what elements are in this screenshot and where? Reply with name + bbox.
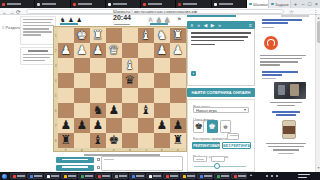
board-square-c8[interactable] [138,133,154,148]
ad-link-1[interactable] [262,19,302,26]
text-line [23,54,53,55]
board-square-g7[interactable]: ♟ [74,118,90,133]
board-square-b2[interactable]: ♟ [154,43,170,58]
board-square-a8[interactable]: ♜ [170,133,186,148]
rated-button[interactable]: РЕЙТИНГОВАЯ [192,142,220,149]
white-piece-a1: ♜ [173,28,184,43]
app-title-bar [238,175,246,177]
board-square-h7[interactable]: ♟ [58,118,74,133]
board-square-g4[interactable] [74,73,90,88]
app-title-bar [119,175,127,177]
color-random-selected-option[interactable]: ♚ [207,120,218,133]
board-square-a4[interactable] [170,73,186,88]
board-square-g2[interactable]: ♟ [74,43,90,58]
board-square-f6[interactable]: ♞ [90,103,106,118]
text-line [260,61,298,62]
maximize-icon[interactable]: □ [308,1,311,7]
app-title-bar [170,175,178,177]
text-line [272,111,300,113]
black-piece-c6: ♝ [141,103,152,118]
board-square-a6[interactable] [170,103,186,118]
text-line [150,23,168,25]
casual-label: БЕЗ РЕЙТИНГА [223,143,250,148]
ad-text-1 [260,55,306,67]
tab-favicon [178,3,181,6]
color-black-option[interactable]: ♚ [220,120,231,133]
annotation-icon[interactable] [191,71,196,76]
tab-Задачи[interactable]: Задачи [269,0,291,8]
text-line [23,22,51,23]
text-line [62,166,88,168]
board-square-h3[interactable] [58,58,74,73]
game-clock: 20:44 [100,14,144,21]
playback-control-4-icon[interactable]: ▶ [211,22,215,28]
black-piece-h8: ♜ [61,133,72,148]
app-title-bar [153,175,161,177]
download-position-button[interactable] [56,165,94,171]
app-title-bar [85,175,93,177]
close-icon[interactable]: × [315,1,318,7]
ad-caption-2 [262,143,310,152]
logo-arc [267,39,275,47]
tab-favicon [143,3,146,6]
find-opponent-label: НАЙТИ СОПЕРНИКА ОНЛАЙН [192,90,251,95]
rank-label-7: 7 [55,124,57,127]
rating-min-input[interactable] [193,156,207,162]
scroll-down-icon[interactable]: ▾ [316,166,320,170]
text-line [191,32,251,34]
tray-icon[interactable] [276,175,278,177]
board-square-f3[interactable] [90,58,106,73]
rating-slider-handle[interactable] [214,163,220,169]
rating-max-input[interactable] [211,156,225,162]
board-square-f5[interactable] [90,88,106,103]
playback-control-2-icon[interactable]: « [197,22,200,28]
left-text-card-2 [20,47,56,65]
board-square-d7[interactable] [122,118,138,133]
reload-icon[interactable]: ⟳ [16,9,21,15]
board-square-c5[interactable] [138,88,154,103]
app-icon [149,175,152,178]
text-line [298,174,310,175]
board-square-e6[interactable]: ♟ [106,103,122,118]
black-piece-a7: ♟ [173,118,184,133]
ad-logo-orange[interactable] [264,36,278,50]
app-title-bar [204,175,212,177]
ad-tag-2 [262,78,276,80]
ad-link-2[interactable] [262,71,298,78]
board-square-b1[interactable]: ♞ [154,28,170,43]
board-square-c2[interactable] [138,43,154,58]
copy-icon[interactable] [97,158,100,161]
board-square-a7[interactable]: ♟ [170,118,186,133]
rank-label-4: 4 [55,79,57,82]
app-icon [132,175,135,178]
king-icon: ♚ [194,122,202,131]
piece-color-options: ♚♚♚ [193,120,234,133]
dark-tab-4[interactable] [106,0,141,8]
tab-favicon [214,3,217,6]
time-input[interactable] [227,133,239,140]
taskbar-button-3[interactable] [44,173,60,179]
file-label-e: e [113,149,115,152]
rating-slider-track[interactable] [194,166,246,167]
card2-heading [23,50,53,52]
dark-tab-strip [0,0,247,8]
browser-menu-icon[interactable]: ⋮ [313,9,319,15]
tab-title-bar [7,3,21,5]
board-square-f1[interactable]: ♜ [90,28,106,43]
white-piece-a2: ♟ [173,43,184,58]
file-label-a: a [177,149,179,152]
rank-label-6: 6 [55,109,57,112]
board-square-f2[interactable]: ♟ [90,43,106,58]
board-square-d5[interactable] [122,88,138,103]
tab-title-bar [183,3,197,5]
time-control-label: Контроль времени [193,136,227,141]
dark-tab-7[interactable] [212,0,247,8]
file-labels: hgfedcba [58,148,186,152]
tab-favicon [249,3,252,6]
text-line [23,31,52,32]
app-icon [217,175,220,178]
board-square-d3[interactable]: ♝ [122,58,138,73]
sidebar-top-accent [281,15,309,17]
find-opponent-button[interactable]: НАЙТИ СОПЕРНИКА ОНЛАЙН [187,88,255,97]
board-square-d2[interactable] [122,43,138,58]
board-square-g1[interactable]: ♚ [74,28,90,43]
text-line [114,24,130,26]
board-square-c1[interactable]: ♝ [138,28,154,43]
notation-textarea[interactable] [101,156,183,171]
board-square-a1[interactable]: ♜ [170,28,186,43]
taskbar-clock [298,174,310,180]
playback-control-5-icon[interactable]: » [218,22,221,28]
tab-favicon [37,3,40,6]
board-square-e7[interactable] [106,118,122,133]
address-bar[interactable]: Шахматы | дистанционные-соревнования.рф [26,9,284,14]
rated-label: РЕЙТИНГОВАЯ [193,143,219,148]
black-piece-h7: ♟ [61,118,72,133]
text-line [262,78,276,79]
app-icon [183,175,186,178]
text-line [191,40,244,42]
dark-tab-1[interactable] [0,0,35,8]
left-text-card-1 [20,16,56,45]
app-title-bar [102,175,110,177]
white-piece-b1: ♞ [157,28,168,43]
text-line [23,19,53,20]
white-piece-c1: ♝ [141,28,152,43]
flag-icon[interactable]: ⚑ [177,16,181,22]
board-square-d1[interactable] [122,28,138,43]
text-line [191,44,215,46]
taskbar-button-14[interactable] [231,173,247,179]
black-piece-d4: ♛ [125,73,136,88]
board-square-g5[interactable] [74,88,90,103]
board-square-b3[interactable] [154,58,170,73]
playback-control-6-icon[interactable]: ≡ [249,22,252,28]
board-square-g3[interactable] [74,58,90,73]
panel-top-accent [187,15,236,17]
rank-label-5: 5 [55,94,57,97]
board-square-h4[interactable] [58,73,74,88]
board-square-b6[interactable] [154,103,170,118]
ad-link-3[interactable] [262,111,310,118]
taskbar-button-5[interactable] [78,173,94,179]
rank-label-1: 1 [55,34,57,37]
app-icon [115,175,118,178]
text-line [273,149,299,150]
card2-lines [23,54,53,61]
board-square-c7[interactable] [138,118,154,133]
board-square-d8[interactable] [122,133,138,148]
captured-black-pieces: ♞ ♟ ♟ [60,16,82,23]
app-icon [13,175,16,178]
taskbar-button-7[interactable] [112,173,128,179]
text-line [191,36,248,38]
white-piece-h2: ♟ [61,43,72,58]
board-square-a2[interactable]: ♟ [170,43,186,58]
black-piece-e8: ♚ [109,133,120,148]
forward-icon[interactable]: → [9,9,15,15]
board-square-a3[interactable] [170,58,186,73]
input-value-bar [228,134,238,139]
text-line [278,153,294,154]
file-label-b: b [161,149,163,152]
tray-icon[interactable] [266,175,268,177]
ad-photo[interactable] [274,82,306,99]
chess-board-frame: 12345678 ♚♜♝♞♜♟♟♟♛♟♟♝♛♞♟♝♟♟♟♟♟♜♝♚♜ hgfed… [53,26,187,152]
taskbar-button-13[interactable] [214,173,230,179]
start-button[interactable] [2,174,7,179]
tray-arrow-icon[interactable]: ▴ [250,173,252,177]
chevron-down-icon: ▾ [244,108,246,112]
casual-button[interactable]: БЕЗ РЕЙТИНГА [222,142,251,149]
move-list-lines [188,29,254,51]
dark-tab-3[interactable] [71,0,106,8]
text-line [23,57,50,58]
board-square-e5[interactable] [106,88,122,103]
page-content: ≡ Разделы ♞ ♟ ♟ 20:44 ♘ ♙ ♙ ⚑ 12345678 ♚… [0,15,320,172]
scrollbar-thumb[interactable] [317,21,320,43]
text-line [260,64,280,65]
text-line [23,28,49,29]
app-icon [64,175,67,178]
text-line [62,159,88,161]
board-square-e2[interactable]: ♛ [106,43,122,58]
white-piece-f1: ♜ [93,28,104,43]
board-square-a5[interactable] [170,88,186,103]
ad-tag-3 [262,153,310,155]
text-line [276,114,296,116]
black-piece-g7: ♟ [77,118,88,133]
board-square-d4[interactable]: ♛ [122,73,138,88]
game-type-select[interactable]: Новая игра ▾ [193,107,249,113]
tab-title-bar [42,3,56,5]
taskbar-button-4[interactable] [61,173,77,179]
taskbar-button-9[interactable] [146,173,162,179]
black-piece-e6: ♟ [109,103,120,118]
playback-control-1-icon[interactable]: ∧ [190,22,194,28]
white-piece-b2: ♟ [157,43,168,58]
board-square-b4[interactable] [154,73,170,88]
rank-label-2: 2 [55,49,57,52]
white-piece-g2: ♟ [77,43,88,58]
board-square-h2[interactable]: ♟ [58,43,74,58]
taskbar-button-2[interactable] [27,173,43,179]
board-square-b5[interactable] [154,88,170,103]
playback-control-3-icon[interactable]: ◀ [203,22,207,28]
text-line [262,22,288,24]
app-title-bar [34,175,42,177]
app-icon [98,175,101,178]
board-square-e4[interactable] [106,73,122,88]
windows-taskbar: ▴ [0,172,320,180]
board-square-b7[interactable]: ♟ [154,118,170,133]
ad-caption-1 [262,102,310,108]
captured-white-pieces: ♘ ♙ ♙ [148,16,170,23]
move-panel-header: ∧«◀▶»≡ [187,21,255,29]
app-title-bar [221,175,229,177]
board-square-g6[interactable] [74,103,90,118]
button-label-bar [62,166,88,169]
text-line [104,159,114,160]
taskbar-button-6[interactable] [95,173,111,179]
tab-title-bar [113,3,127,5]
app-title-bar [68,175,76,177]
black-piece-f6: ♞ [93,103,104,118]
app-icon [47,175,50,178]
white-piece-g1: ♚ [77,28,88,43]
text-line [262,19,302,21]
app-title-bar [187,175,195,177]
tab-favicon [73,3,76,6]
textarea-content [102,157,182,163]
game-type-value: Новая игра [196,108,217,113]
black-piece-a8: ♜ [173,133,184,148]
window-controls: – □ × [301,0,318,8]
move-list-panel [187,29,255,86]
board-square-e1[interactable] [106,28,122,43]
new-tab-button[interactable]: + [293,1,299,7]
text-line [268,146,304,147]
dark-tab-2[interactable] [35,0,70,8]
board-square-c6[interactable]: ♝ [138,103,154,118]
dark-tab-5[interactable] [141,0,176,8]
app-icon [81,175,84,178]
king-icon: ♚ [208,123,215,131]
taskbar-button-8[interactable] [129,173,145,179]
back-icon[interactable]: ← [2,9,8,15]
text-line [298,177,307,178]
input-value-bar [194,157,206,162]
rank-label-3: 3 [55,64,57,67]
board-square-e3[interactable] [106,58,122,73]
white-piece-f2: ♟ [93,43,104,58]
text-line [270,102,302,103]
board-square-c4[interactable] [138,73,154,88]
tab-label: Шахматы [253,2,270,7]
download-game-button[interactable] [56,157,94,163]
page-scrollbar[interactable]: ▴ ▾ [315,15,320,172]
tray-icon[interactable] [271,175,273,177]
color-white-option[interactable]: ♚ [193,120,204,133]
board-square-c3[interactable] [138,58,154,73]
board-square-f4[interactable] [90,73,106,88]
file-label-f: f [98,149,99,152]
text-line [260,58,302,59]
board-square-h8[interactable]: ♜ [58,133,74,148]
board-square-b8[interactable] [154,133,170,148]
white-piece-d3: ♝ [125,58,136,73]
tab-title-bar [78,3,92,5]
taskbar-button-11[interactable] [180,173,196,179]
board-square-h6[interactable] [58,103,74,118]
text-line [60,23,78,25]
king-icon: ♚ [223,124,228,130]
scroll-up-icon[interactable]: ▴ [316,16,320,20]
bookmark-star-icon[interactable]: ☆ [289,9,294,15]
text-line [262,71,298,73]
tab-title-bar [148,3,162,5]
black-piece-f8: ♝ [93,133,104,148]
text-line [23,60,45,61]
taskbar-buttons [10,173,247,179]
app-icon [200,175,203,178]
app-icon [166,175,169,178]
board-square-e8[interactable]: ♚ [106,133,122,148]
button-label-bar [62,159,88,162]
board-square-d6[interactable] [122,103,138,118]
board-square-f7[interactable]: ♟ [90,118,106,133]
text-line [266,143,306,144]
app-title-bar [51,175,59,177]
app-icon [30,175,33,178]
board-square-h1[interactable] [58,28,74,43]
board-square-g8[interactable] [74,133,90,148]
tab-title-bar [219,3,233,5]
file-label-d: d [129,149,131,152]
text-line [196,159,204,160]
tab-favicon [2,3,5,6]
taskbar-button-12[interactable] [197,173,213,179]
file-label-g: g [81,149,83,152]
hamburger-icon: ≡ [2,25,4,30]
text-line [260,55,306,56]
rank-label-8: 8 [55,139,57,142]
tab-favicon [108,3,111,6]
board-square-f8[interactable]: ♝ [90,133,106,148]
board-square-h5[interactable] [58,88,74,103]
chess-board: ♚♜♝♞♜♟♟♟♛♟♟♝♛♞♟♝♟♟♟♟♟♜♝♚♜ [58,28,186,148]
taskbar-button-1[interactable] [10,173,26,179]
light-tab-strip: ШахматыЗадачи [247,0,291,8]
dark-tab-6[interactable] [176,0,211,8]
file-label-h: h [65,149,67,152]
taskbar-button-10[interactable] [163,173,179,179]
white-piece-e2: ♛ [109,43,120,58]
text-line [23,25,54,26]
tab-Шахматы[interactable]: Шахматы [247,0,269,8]
ad-product-image[interactable] [282,120,296,139]
minimize-icon[interactable]: – [301,1,304,7]
text-line [230,135,238,136]
app-title-bar [17,175,25,177]
file-label-c: c [145,149,146,152]
link-icon[interactable] [97,166,100,169]
browser-tab-bar: ШахматыЗадачи + – □ × [0,0,320,8]
